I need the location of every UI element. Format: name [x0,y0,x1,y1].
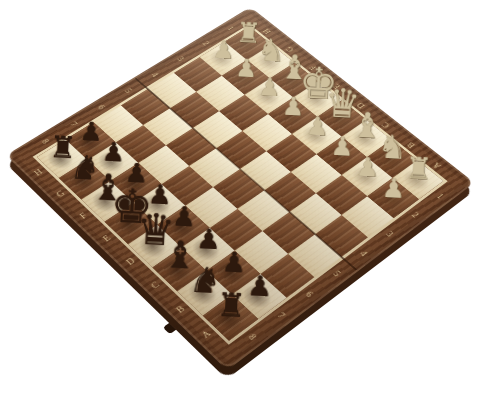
rank-label: 5 [123,88,133,95]
square-a8[interactable]: ♜ [203,295,258,341]
playing-area: ♜♞♝♚♛♝♞♜♟♟♟♟♟♟♟♟♟♟♟♟♟♟♟♟♜♞♝♚♛♝♞♜ [37,27,444,341]
rank-label: 1 [225,26,234,32]
file-label: A [432,161,443,170]
file-label: H [33,168,44,177]
white-pawn[interactable]: ♟ [258,74,282,100]
rank-label: 3 [384,230,394,238]
clasp [162,322,176,334]
file-label: E [102,234,113,243]
rank-label: 7 [68,121,78,128]
white-rook[interactable]: ♜ [404,153,432,184]
rank-label: 6 [96,104,106,111]
white-pawn[interactable]: ♟ [330,133,354,160]
file-label: C [150,281,162,291]
file-label: D [125,257,137,267]
rank-label: 4 [358,250,369,258]
file-label: B [406,141,417,149]
rank-label: 8 [246,333,257,342]
black-pawn[interactable]: ♟ [79,118,103,145]
black-pawn[interactable]: ♟ [221,248,247,277]
black-pawn[interactable]: ♟ [196,225,222,254]
rank-label: 7 [275,311,286,320]
rank-label: 2 [409,211,419,219]
black-pawn[interactable]: ♟ [101,139,126,166]
rank-label: 6 [303,290,314,299]
white-pawn[interactable]: ♟ [212,37,235,62]
product-photo: ♜♞♝♚♛♝♞♜♟♟♟♟♟♟♟♟♟♟♟♟♟♟♟♟♜♞♝♚♛♝♞♜ HHGGFFE… [0,0,500,395]
rank-label: 1 [434,193,444,201]
white-pawn[interactable]: ♟ [281,93,305,119]
rank-label: 5 [331,270,342,278]
rank-label: 2 [201,41,211,47]
chess-board: ♜♞♝♚♛♝♞♜♟♟♟♟♟♟♟♟♟♟♟♟♟♟♟♟♜♞♝♚♛♝♞♜ HHGGFFE… [6,7,475,370]
rank-label: 8 [39,138,49,145]
black-pawn[interactable]: ♟ [247,272,274,301]
file-label: F [79,212,89,221]
white-pawn[interactable]: ♟ [235,55,258,81]
rank-label: 3 [175,56,185,63]
file-label: G [55,190,67,199]
white-knight[interactable]: ♞ [377,130,408,164]
black-rook[interactable]: ♜ [216,289,247,323]
rank-label: 4 [149,72,159,79]
file-label: B [175,305,187,315]
white-pawn[interactable]: ♟ [355,154,380,181]
file-label: A [201,329,214,340]
white-pawn[interactable]: ♟ [381,175,406,203]
white-pawn[interactable]: ♟ [305,113,329,140]
